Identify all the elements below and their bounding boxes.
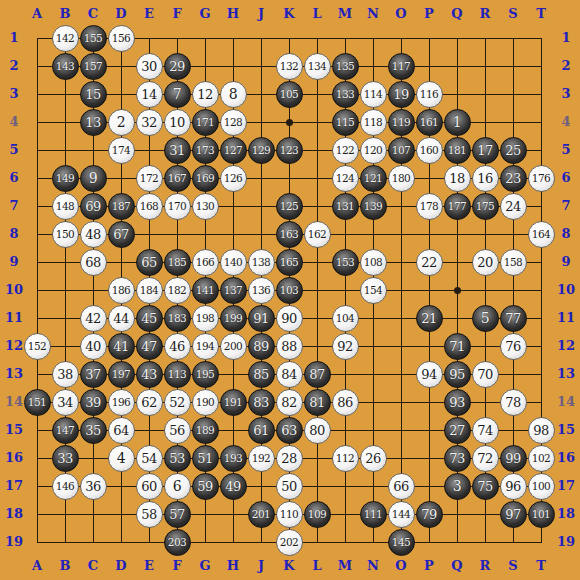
black-stone-139-N7[interactable]: 139 [360, 193, 387, 220]
black-stone-59-G17[interactable]: 59 [192, 473, 219, 500]
white-stone-96-S17[interactable]: 96 [500, 473, 527, 500]
white-stone-190-G14[interactable]: 190 [192, 389, 219, 416]
white-stone-148-B7[interactable]: 148 [52, 193, 79, 220]
white-stone-156-D1[interactable]: 156 [108, 25, 135, 52]
column-label-bottom-H: H [219, 558, 247, 574]
white-stone-146-B17[interactable]: 146 [52, 473, 79, 500]
black-stone-57-F18[interactable]: 57 [164, 501, 191, 528]
white-stone-50-K17[interactable]: 50 [276, 473, 303, 500]
row-label-right-3: 3 [553, 86, 579, 102]
black-stone-39-C14[interactable]: 39 [80, 389, 107, 416]
column-label-bottom-L: L [303, 558, 331, 574]
white-stone-46-F12[interactable]: 46 [164, 333, 191, 360]
black-stone-137-H10[interactable]: 137 [220, 277, 247, 304]
white-stone-172-E6[interactable]: 172 [136, 165, 163, 192]
white-stone-202-K19[interactable]: 202 [276, 529, 303, 556]
row-label-left-10: 10 [1, 282, 27, 298]
column-label-top-O: O [387, 6, 415, 22]
white-stone-176-T6[interactable]: 176 [528, 165, 555, 192]
white-stone-158-S9[interactable]: 158 [500, 249, 527, 276]
black-stone-61-J15[interactable]: 61 [248, 417, 275, 444]
white-stone-34-B14[interactable]: 34 [52, 389, 79, 416]
black-stone-71-Q12[interactable]: 71 [444, 333, 471, 360]
white-stone-4-D16[interactable]: 4 [108, 445, 135, 472]
white-stone-98-T15[interactable]: 98 [528, 417, 555, 444]
black-stone-181-Q5[interactable]: 181 [444, 137, 471, 164]
white-stone-132-K2[interactable]: 132 [276, 53, 303, 80]
black-stone-193-H16[interactable]: 193 [220, 445, 247, 472]
black-stone-191-H14[interactable]: 191 [220, 389, 247, 416]
black-stone-47-E12[interactable]: 47 [136, 333, 163, 360]
black-stone-153-M9[interactable]: 153 [332, 249, 359, 276]
row-label-right-7: 7 [553, 198, 579, 214]
white-stone-18-Q6[interactable]: 18 [444, 165, 471, 192]
black-stone-201-J18[interactable]: 201 [248, 501, 275, 528]
column-label-top-K: K [275, 6, 303, 22]
white-stone-122-M5[interactable]: 122 [332, 137, 359, 164]
white-stone-102-T16[interactable]: 102 [528, 445, 555, 472]
white-stone-92-M12[interactable]: 92 [332, 333, 359, 360]
white-stone-150-B8[interactable]: 150 [52, 221, 79, 248]
black-stone-13-C4[interactable]: 13 [80, 109, 107, 136]
white-stone-200-H12[interactable]: 200 [220, 333, 247, 360]
black-stone-1-Q4[interactable]: 1 [444, 109, 471, 136]
black-stone-89-J12[interactable]: 89 [248, 333, 275, 360]
row-label-left-4: 4 [1, 114, 27, 130]
column-label-bottom-G: G [191, 558, 219, 574]
white-stone-182-F10[interactable]: 182 [164, 277, 191, 304]
row-label-left-6: 6 [1, 170, 27, 186]
row-label-left-1: 1 [1, 30, 27, 46]
black-stone-15-C3[interactable]: 15 [80, 81, 107, 108]
black-stone-115-M4[interactable]: 115 [332, 109, 359, 136]
white-stone-74-R15[interactable]: 74 [472, 417, 499, 444]
white-stone-184-E10[interactable]: 184 [136, 277, 163, 304]
black-stone-87-L13[interactable]: 87 [304, 361, 331, 388]
white-stone-160-P5[interactable]: 160 [416, 137, 443, 164]
column-label-bottom-F: F [163, 558, 191, 574]
column-label-top-B: B [51, 6, 79, 22]
row-label-right-1: 1 [553, 30, 579, 46]
white-stone-76-S12[interactable]: 76 [500, 333, 527, 360]
black-stone-169-G6[interactable]: 169 [192, 165, 219, 192]
column-label-top-D: D [107, 6, 135, 22]
white-stone-164-T8[interactable]: 164 [528, 221, 555, 248]
row-label-left-8: 8 [1, 226, 27, 242]
black-stone-175-R7[interactable]: 175 [472, 193, 499, 220]
black-stone-25-S5[interactable]: 25 [500, 137, 527, 164]
column-label-bottom-P: P [415, 558, 443, 574]
black-stone-141-G10[interactable]: 141 [192, 277, 219, 304]
black-stone-145-O19[interactable]: 145 [388, 529, 415, 556]
black-stone-69-C7[interactable]: 69 [80, 193, 107, 220]
white-stone-144-O18[interactable]: 144 [388, 501, 415, 528]
column-label-top-R: R [471, 6, 499, 22]
column-label-top-J: J [247, 6, 275, 22]
column-label-top-H: H [219, 6, 247, 22]
column-label-top-T: T [527, 6, 555, 22]
black-stone-161-P4[interactable]: 161 [416, 109, 443, 136]
column-label-top-Q: Q [443, 6, 471, 22]
black-stone-73-Q16[interactable]: 73 [444, 445, 471, 472]
row-label-left-11: 11 [1, 310, 27, 326]
column-label-bottom-O: O [387, 558, 415, 574]
black-stone-33-B16[interactable]: 33 [52, 445, 79, 472]
black-stone-21-P11[interactable]: 21 [416, 305, 443, 332]
black-stone-121-N6[interactable]: 121 [360, 165, 387, 192]
column-label-top-E: E [135, 6, 163, 22]
star-point-Q10 [454, 287, 461, 294]
white-stone-192-J16[interactable]: 192 [248, 445, 275, 472]
white-stone-54-E16[interactable]: 54 [136, 445, 163, 472]
white-stone-118-N4[interactable]: 118 [360, 109, 387, 136]
white-stone-124-M6[interactable]: 124 [332, 165, 359, 192]
black-stone-3-Q17[interactable]: 3 [444, 473, 471, 500]
black-stone-65-E9[interactable]: 65 [136, 249, 163, 276]
row-label-right-11: 11 [553, 310, 579, 326]
white-stone-126-H6[interactable]: 126 [220, 165, 247, 192]
white-stone-70-R13[interactable]: 70 [472, 361, 499, 388]
black-stone-143-B2[interactable]: 143 [52, 53, 79, 80]
white-stone-138-J9[interactable]: 138 [248, 249, 275, 276]
black-stone-35-C15[interactable]: 35 [80, 417, 107, 444]
white-stone-168-E7[interactable]: 168 [136, 193, 163, 220]
column-label-bottom-B: B [51, 558, 79, 574]
white-stone-130-G7[interactable]: 130 [192, 193, 219, 220]
black-stone-105-K3[interactable]: 105 [276, 81, 303, 108]
white-stone-16-R6[interactable]: 16 [472, 165, 499, 192]
white-stone-154-N10[interactable]: 154 [360, 277, 387, 304]
white-stone-140-H9[interactable]: 140 [220, 249, 247, 276]
column-label-top-P: P [415, 6, 443, 22]
black-stone-51-G16[interactable]: 51 [192, 445, 219, 472]
white-stone-180-O6[interactable]: 180 [388, 165, 415, 192]
row-label-left-7: 7 [1, 198, 27, 214]
white-stone-8-H3[interactable]: 8 [220, 81, 247, 108]
white-stone-112-M16[interactable]: 112 [332, 445, 359, 472]
white-stone-82-K14[interactable]: 82 [276, 389, 303, 416]
white-stone-116-P3[interactable]: 116 [416, 81, 443, 108]
white-stone-114-N3[interactable]: 114 [360, 81, 387, 108]
black-stone-113-F13[interactable]: 113 [164, 361, 191, 388]
black-stone-197-D13[interactable]: 197 [108, 361, 135, 388]
column-label-top-S: S [499, 6, 527, 22]
white-stone-120-N5[interactable]: 120 [360, 137, 387, 164]
white-stone-40-C12[interactable]: 40 [80, 333, 107, 360]
row-label-left-13: 13 [1, 366, 27, 382]
row-label-right-10: 10 [553, 282, 579, 298]
black-stone-17-R5[interactable]: 17 [472, 137, 499, 164]
black-stone-37-C13[interactable]: 37 [80, 361, 107, 388]
column-label-top-G: G [191, 6, 219, 22]
column-label-bottom-D: D [107, 558, 135, 574]
black-stone-29-F2[interactable]: 29 [164, 53, 191, 80]
white-stone-66-O17[interactable]: 66 [388, 473, 415, 500]
white-stone-20-R9[interactable]: 20 [472, 249, 499, 276]
black-stone-27-Q15[interactable]: 27 [444, 417, 471, 444]
white-stone-14-E3[interactable]: 14 [136, 81, 163, 108]
black-stone-83-J14[interactable]: 83 [248, 389, 275, 416]
white-stone-56-F15[interactable]: 56 [164, 417, 191, 444]
column-label-bottom-S: S [499, 558, 527, 574]
column-label-top-C: C [79, 6, 107, 22]
row-label-right-2: 2 [553, 58, 579, 74]
white-stone-94-P13[interactable]: 94 [416, 361, 443, 388]
white-stone-178-P7[interactable]: 178 [416, 193, 443, 220]
white-stone-142-B1[interactable]: 142 [52, 25, 79, 52]
white-stone-136-J10[interactable]: 136 [248, 277, 275, 304]
column-label-top-N: N [359, 6, 387, 22]
row-label-right-15: 15 [553, 422, 579, 438]
white-stone-80-L15[interactable]: 80 [304, 417, 331, 444]
row-label-right-13: 13 [553, 366, 579, 382]
go-kifu-screenshot: AABBCCDDEEFFGGHHJJKKLLMMNNOOPPQQRRSSTT11… [0, 0, 580, 580]
white-stone-2-D4[interactable]: 2 [108, 109, 135, 136]
row-label-right-5: 5 [553, 142, 579, 158]
white-stone-6-F17[interactable]: 6 [164, 473, 191, 500]
black-stone-203-F19[interactable]: 203 [164, 529, 191, 556]
black-stone-91-J11[interactable]: 91 [248, 305, 275, 332]
column-label-top-A: A [23, 6, 51, 22]
column-label-bottom-N: N [359, 558, 387, 574]
white-stone-52-F14[interactable]: 52 [164, 389, 191, 416]
black-stone-103-K10[interactable]: 103 [276, 277, 303, 304]
white-stone-134-L2[interactable]: 134 [304, 53, 331, 80]
black-stone-109-L18[interactable]: 109 [304, 501, 331, 528]
black-stone-119-O4[interactable]: 119 [388, 109, 415, 136]
white-stone-198-G11[interactable]: 198 [192, 305, 219, 332]
black-stone-177-Q7[interactable]: 177 [444, 193, 471, 220]
column-label-top-F: F [163, 6, 191, 22]
black-stone-95-Q13[interactable]: 95 [444, 361, 471, 388]
row-label-right-14: 14 [553, 394, 579, 410]
column-label-top-M: M [331, 6, 359, 22]
column-label-bottom-A: A [23, 558, 51, 574]
row-label-left-5: 5 [1, 142, 27, 158]
black-stone-151-A14[interactable]: 151 [24, 389, 51, 416]
black-stone-167-F6[interactable]: 167 [164, 165, 191, 192]
column-label-bottom-C: C [79, 558, 107, 574]
white-stone-86-M14[interactable]: 86 [332, 389, 359, 416]
row-label-right-4: 4 [553, 114, 579, 130]
black-stone-19-O3[interactable]: 19 [388, 81, 415, 108]
white-stone-152-A12[interactable]: 152 [24, 333, 51, 360]
white-stone-128-H4[interactable]: 128 [220, 109, 247, 136]
row-label-left-15: 15 [1, 422, 27, 438]
black-stone-155-C1[interactable]: 155 [80, 25, 107, 52]
white-stone-32-E4[interactable]: 32 [136, 109, 163, 136]
white-stone-170-F7[interactable]: 170 [164, 193, 191, 220]
black-stone-129-J5[interactable]: 129 [248, 137, 275, 164]
black-stone-147-B15[interactable]: 147 [52, 417, 79, 444]
white-stone-100-T17[interactable]: 100 [528, 473, 555, 500]
black-stone-23-S6[interactable]: 23 [500, 165, 527, 192]
black-stone-111-N18[interactable]: 111 [360, 501, 387, 528]
column-label-bottom-E: E [135, 558, 163, 574]
star-point-K4 [286, 119, 293, 126]
row-label-right-8: 8 [553, 226, 579, 242]
row-label-left-18: 18 [1, 506, 27, 522]
row-label-right-17: 17 [553, 478, 579, 494]
white-stone-60-E17[interactable]: 60 [136, 473, 163, 500]
black-stone-77-S11[interactable]: 77 [500, 305, 527, 332]
black-stone-79-P18[interactable]: 79 [416, 501, 443, 528]
white-stone-110-K18[interactable]: 110 [276, 501, 303, 528]
row-label-left-17: 17 [1, 478, 27, 494]
white-stone-84-K13[interactable]: 84 [276, 361, 303, 388]
black-stone-163-K8[interactable]: 163 [276, 221, 303, 248]
black-stone-185-F9[interactable]: 185 [164, 249, 191, 276]
white-stone-104-M11[interactable]: 104 [332, 305, 359, 332]
white-stone-90-K11[interactable]: 90 [276, 305, 303, 332]
row-label-left-2: 2 [1, 58, 27, 74]
black-stone-43-E13[interactable]: 43 [136, 361, 163, 388]
white-stone-186-D10[interactable]: 186 [108, 277, 135, 304]
white-stone-22-P9[interactable]: 22 [416, 249, 443, 276]
black-stone-99-S16[interactable]: 99 [500, 445, 527, 472]
black-stone-75-R17[interactable]: 75 [472, 473, 499, 500]
white-stone-166-G9[interactable]: 166 [192, 249, 219, 276]
white-stone-12-G3[interactable]: 12 [192, 81, 219, 108]
white-stone-30-E2[interactable]: 30 [136, 53, 163, 80]
black-stone-5-R11[interactable]: 5 [472, 305, 499, 332]
white-stone-36-C17[interactable]: 36 [80, 473, 107, 500]
black-stone-135-M2[interactable]: 135 [332, 53, 359, 80]
white-stone-194-G12[interactable]: 194 [192, 333, 219, 360]
black-stone-189-G15[interactable]: 189 [192, 417, 219, 444]
white-stone-38-B13[interactable]: 38 [52, 361, 79, 388]
black-stone-41-D12[interactable]: 41 [108, 333, 135, 360]
white-stone-72-R16[interactable]: 72 [472, 445, 499, 472]
black-stone-107-O5[interactable]: 107 [388, 137, 415, 164]
black-stone-199-H11[interactable]: 199 [220, 305, 247, 332]
row-label-left-9: 9 [1, 254, 27, 270]
row-label-right-6: 6 [553, 170, 579, 186]
white-stone-42-C11[interactable]: 42 [80, 305, 107, 332]
black-stone-9-C6[interactable]: 9 [80, 165, 107, 192]
white-stone-26-N16[interactable]: 26 [360, 445, 387, 472]
white-stone-196-D14[interactable]: 196 [108, 389, 135, 416]
black-stone-81-L14[interactable]: 81 [304, 389, 331, 416]
black-stone-45-E11[interactable]: 45 [136, 305, 163, 332]
white-stone-28-K16[interactable]: 28 [276, 445, 303, 472]
black-stone-157-C2[interactable]: 157 [80, 53, 107, 80]
white-stone-58-E18[interactable]: 58 [136, 501, 163, 528]
black-stone-173-G5[interactable]: 173 [192, 137, 219, 164]
white-stone-108-N9[interactable]: 108 [360, 249, 387, 276]
black-stone-171-G4[interactable]: 171 [192, 109, 219, 136]
black-stone-63-K15[interactable]: 63 [276, 417, 303, 444]
row-label-right-16: 16 [553, 450, 579, 466]
black-stone-93-Q14[interactable]: 93 [444, 389, 471, 416]
black-stone-7-F3[interactable]: 7 [164, 81, 191, 108]
row-label-left-19: 19 [1, 534, 27, 550]
column-label-bottom-M: M [331, 558, 359, 574]
black-stone-125-K7[interactable]: 125 [276, 193, 303, 220]
white-stone-174-D5[interactable]: 174 [108, 137, 135, 164]
black-stone-123-K5[interactable]: 123 [276, 137, 303, 164]
column-label-bottom-K: K [275, 558, 303, 574]
column-label-top-L: L [303, 6, 331, 22]
row-label-right-12: 12 [553, 338, 579, 354]
white-stone-88-K12[interactable]: 88 [276, 333, 303, 360]
white-stone-48-C8[interactable]: 48 [80, 221, 107, 248]
black-stone-53-F16[interactable]: 53 [164, 445, 191, 472]
black-stone-127-H5[interactable]: 127 [220, 137, 247, 164]
black-stone-49-H17[interactable]: 49 [220, 473, 247, 500]
black-stone-133-M3[interactable]: 133 [332, 81, 359, 108]
row-label-right-18: 18 [553, 506, 579, 522]
white-stone-68-C9[interactable]: 68 [80, 249, 107, 276]
black-stone-85-J13[interactable]: 85 [248, 361, 275, 388]
white-stone-62-E14[interactable]: 62 [136, 389, 163, 416]
black-stone-183-F11[interactable]: 183 [164, 305, 191, 332]
white-stone-24-S7[interactable]: 24 [500, 193, 527, 220]
black-stone-31-F5[interactable]: 31 [164, 137, 191, 164]
black-stone-131-M7[interactable]: 131 [332, 193, 359, 220]
column-label-bottom-J: J [247, 558, 275, 574]
black-stone-67-D8[interactable]: 67 [108, 221, 135, 248]
column-label-bottom-T: T [527, 558, 555, 574]
black-stone-149-B6[interactable]: 149 [52, 165, 79, 192]
white-stone-10-F4[interactable]: 10 [164, 109, 191, 136]
column-label-bottom-R: R [471, 558, 499, 574]
row-label-left-3: 3 [1, 86, 27, 102]
column-label-bottom-Q: Q [443, 558, 471, 574]
row-label-left-16: 16 [1, 450, 27, 466]
black-stone-97-S18[interactable]: 97 [500, 501, 527, 528]
white-stone-162-L8[interactable]: 162 [304, 221, 331, 248]
black-stone-187-D7[interactable]: 187 [108, 193, 135, 220]
black-stone-101-T18[interactable]: 101 [528, 501, 555, 528]
black-stone-195-G13[interactable]: 195 [192, 361, 219, 388]
black-stone-117-O2[interactable]: 117 [388, 53, 415, 80]
black-stone-165-K9[interactable]: 165 [276, 249, 303, 276]
row-label-right-19: 19 [553, 534, 579, 550]
white-stone-78-S14[interactable]: 78 [500, 389, 527, 416]
white-stone-44-D11[interactable]: 44 [108, 305, 135, 332]
row-label-right-9: 9 [553, 254, 579, 270]
white-stone-64-D15[interactable]: 64 [108, 417, 135, 444]
